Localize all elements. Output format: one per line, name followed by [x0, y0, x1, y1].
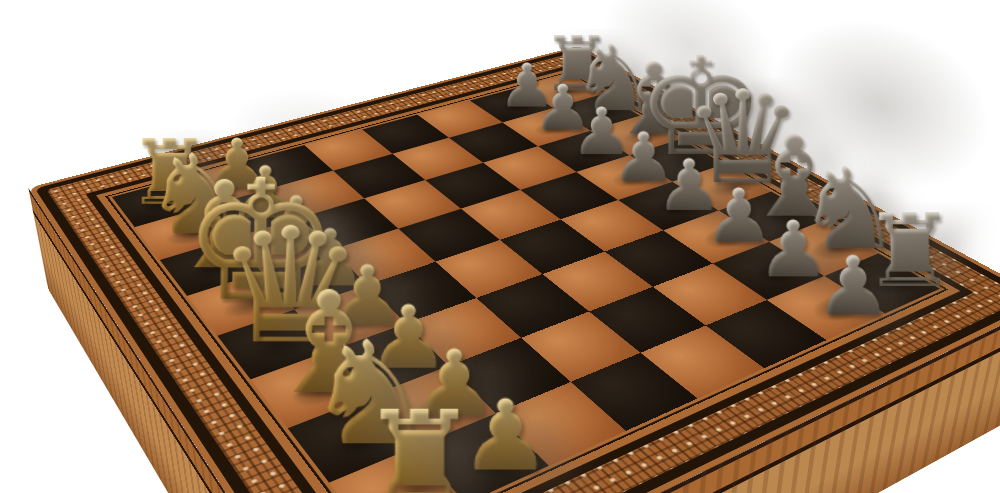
product-photo-scene: ♜♟♟♜♞♟♟♞♝♟♟♝♚♟♟♚♛♟♟♛♝♟♟♝♞♟♟♞♜♟♟♜ [0, 0, 1000, 493]
square-c5 [542, 252, 652, 312]
square-a1: ♜ [329, 447, 466, 493]
chess-case: ♜♟♟♜♞♟♟♞♝♟♟♝♚♟♟♚♛♟♟♛♝♟♟♝♞♟♟♞♜♟♟♜ [28, 46, 1000, 493]
perspective-wrapper: ♜♟♟♜♞♟♟♞♝♟♟♝♚♟♟♚♛♟♟♛♝♟♟♝♞♟♟♞♜♟♟♜ [0, 0, 1000, 493]
white-rook: ♜ [327, 397, 513, 493]
black-pawn: ♟ [778, 247, 928, 325]
